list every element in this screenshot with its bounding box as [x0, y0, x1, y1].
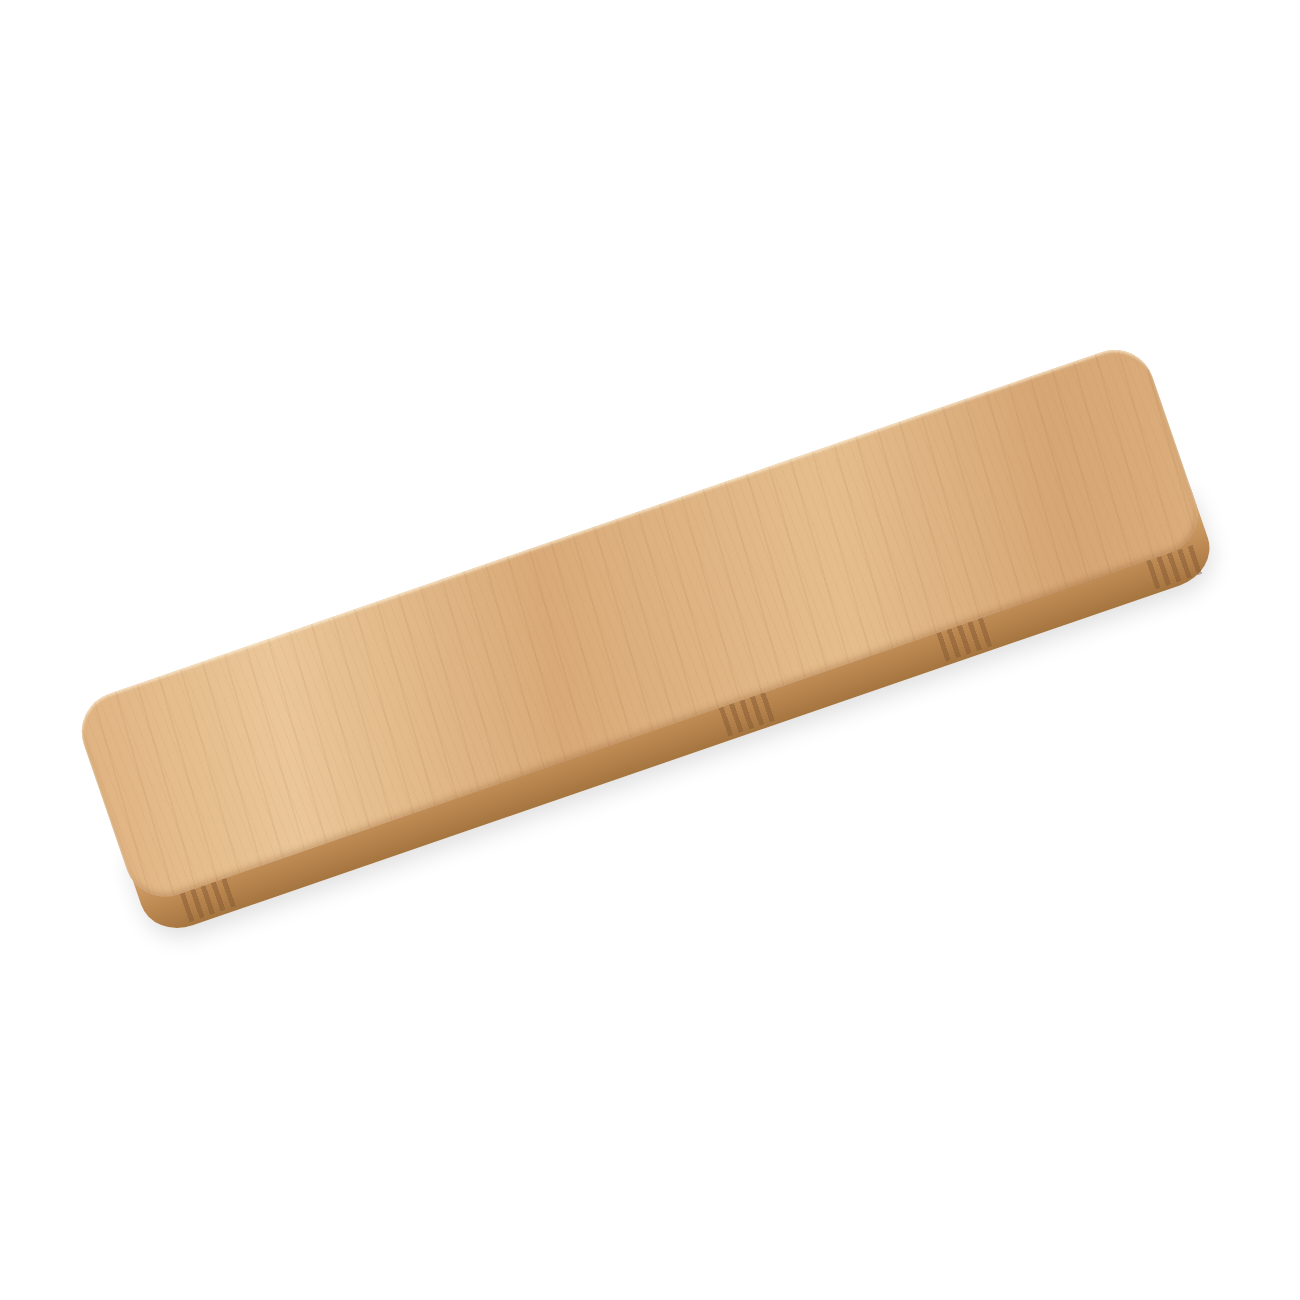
mancala-board: [71, 339, 1208, 907]
product-photo-scene: [0, 0, 1300, 1300]
